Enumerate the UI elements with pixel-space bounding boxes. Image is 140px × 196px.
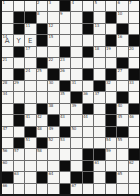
grid-cell-r11c1[interactable] [2,115,13,125]
black-cell-r10c4 [37,104,48,114]
grid-cell-r13c7[interactable] [71,138,82,148]
clue-number: 39 [72,104,77,108]
clue-number: 22 [49,58,54,62]
black-cell-r7c12 [129,69,140,79]
grid-cell-r7c6[interactable]: 26 [60,69,71,79]
grid-cell-r4c11[interactable]: 16 [117,35,128,45]
grid-cell-r3c10[interactable] [106,24,117,34]
grid-cell-r8c11[interactable] [117,81,128,91]
clue-number: 54 [106,138,111,142]
clue-number: 13 [95,24,100,28]
clue-number: 37 [95,92,100,96]
clue-number: 15 [49,35,54,39]
grid-cell-r16c5[interactable]: 64 [48,172,59,182]
grid-cell-r1c8[interactable] [83,1,94,11]
grid-cell-r3c7[interactable] [71,24,82,34]
grid-cell-r17c2[interactable] [14,184,25,194]
grid-cell-r1c10[interactable] [106,1,117,11]
clue-number: 51 [26,138,31,142]
black-cell-r10c10 [106,104,117,114]
grid-cell-r8c4[interactable] [37,81,48,91]
clue-number: 35 [60,92,65,96]
black-cell-r16c10 [106,172,117,182]
black-cell-r4c12 [129,35,140,45]
grid-cell-r12c9[interactable] [94,127,105,137]
clue-number: 10 [118,12,123,16]
grid-cell-r14c1[interactable]: 56 [2,149,13,159]
black-cell-r3c8 [83,24,94,34]
clue-number: 31 [72,81,77,85]
grid-cell-r9c2[interactable] [14,92,25,102]
black-cell-r16c1 [2,172,13,182]
grid-cell-r2c6[interactable]: 9 [60,12,71,22]
grid-cell-r4c9[interactable] [94,35,105,45]
black-cell-r6c11 [117,58,128,68]
grid-cell-r17c3[interactable] [25,184,36,194]
grid-cell-r15c12[interactable]: 62 [129,161,140,171]
grid-cell-r4c1[interactable]: 14A [2,35,13,45]
grid-cell-r16c12[interactable] [129,172,140,182]
black-cell-r13c4 [37,138,48,148]
black-cell-r8c9 [94,81,105,91]
grid-cell-r2c12[interactable] [129,12,140,22]
clue-number: 21 [3,58,8,62]
grid-cell-r5c9[interactable]: 18 [94,47,105,57]
grid-cell-r8c2[interactable]: 29 [14,81,25,91]
grid-cell-r1c2[interactable] [14,1,25,11]
clue-number: 49 [49,127,54,131]
grid-cell-r9c9[interactable]: 37 [94,92,105,102]
grid-cell-r17c7[interactable]: 67 [71,184,82,194]
grid-cell-r7c11[interactable]: 27 [117,69,128,79]
black-cell-r7c5 [48,69,59,79]
grid-cell-r2c1[interactable] [2,12,13,22]
grid-cell-r13c11[interactable]: 55 [117,138,128,148]
black-cell-r2c3 [25,12,36,22]
clue-number: 27 [118,69,123,73]
grid-cell-r16c9[interactable] [94,172,105,182]
grid-cell-r17c4[interactable] [37,184,48,194]
grid-cell-r10c5[interactable]: 38 [48,104,59,114]
grid-cell-r15c4[interactable] [37,161,48,171]
clue-number: 32 [106,81,111,85]
black-cell-r3c4 [37,24,48,34]
grid-cell-r1c5[interactable]: 3 [48,1,59,11]
black-cell-r12c11 [117,127,128,137]
clue-number: 59 [106,149,111,153]
clue-number: 60 [3,161,8,165]
grid-cell-r8c5[interactable]: 30 [48,81,59,91]
crossword-board: 1234567891011121314AYE151617181920212223… [0,0,140,196]
black-cell-r13c2 [14,138,25,148]
grid-cell-r12c8[interactable] [83,127,94,137]
black-cell-r10c8 [83,104,94,114]
grid-cell-r9c1[interactable]: 34 [2,92,13,102]
black-cell-r8c6 [60,81,71,91]
grid-cell-r9c4[interactable] [37,92,48,102]
black-cell-r7c8 [83,69,94,79]
grid-cell-r8c8[interactable] [83,81,94,91]
black-cell-r4c10 [106,35,117,45]
clue-number: 63 [14,172,19,176]
grid-cell-r15c2[interactable] [14,161,25,171]
black-cell-r12c6 [60,127,71,137]
black-cell-r11c5 [48,115,59,125]
grid-cell-r10c3[interactable] [25,104,36,114]
grid-cell-r8c1[interactable]: 28 [2,81,13,91]
clue-number: 64 [49,172,54,176]
grid-cell-r15c1[interactable]: 60 [2,161,13,171]
grid-cell-r3c6[interactable] [60,24,71,34]
clue-number: 66 [3,184,8,188]
grid-cell-r9c12[interactable] [129,92,140,102]
black-cell-r16c7 [71,172,82,182]
clue-number: 42 [37,115,42,119]
clue-number: 67 [72,184,77,188]
grid-cell-r14c10[interactable]: 59 [106,149,117,159]
grid-cell-r1c12[interactable]: 7 [129,1,140,11]
grid-cell-r4c2[interactable]: Y [14,35,25,45]
clue-number: 17 [26,47,31,51]
grid-cell-r17c9[interactable] [94,184,105,194]
clue-number: 47 [3,127,8,131]
black-cell-r7c10 [106,69,117,79]
grid-cell-r12c12[interactable] [129,127,140,137]
grid-cell-r3c9[interactable]: 13 [94,24,105,34]
clue-number: 20 [129,47,134,51]
clue-number: 19 [106,47,111,51]
black-cell-r2c8 [83,12,94,22]
grid-cell-r16c6[interactable] [60,172,71,182]
black-cell-r10c12 [129,104,140,114]
clue-number: 6 [118,1,120,5]
grid-cell-r11c11[interactable]: 45 [117,115,128,125]
clue-number: 34 [3,92,8,96]
black-cell-r14c9 [94,149,105,159]
grid-cell-r9c10[interactable] [106,92,117,102]
clue-number: 18 [95,47,100,51]
clue-number: 24 [26,69,31,73]
grid-cell-r14c7[interactable] [71,149,82,159]
grid-cell-r15c7[interactable] [71,161,82,171]
grid-cell-r5c3[interactable]: 17 [25,47,36,57]
clue-number: 40 [118,104,123,108]
grid-cell-r11c9[interactable] [94,115,105,125]
grid-cell-r12c4[interactable]: 48 [37,127,48,137]
clue-number: 43 [60,115,65,119]
grid-cell-r15c11[interactable] [117,161,128,171]
grid-cell-r10c9[interactable] [94,104,105,114]
grid-cell-r1c7[interactable]: 4 [71,1,82,11]
clue-number: 33 [129,81,134,85]
black-cell-r16c8 [83,172,94,182]
clue-number: 48 [37,127,42,131]
clue-number: 29 [14,81,19,85]
grid-cell-r13c10[interactable]: 54 [106,138,117,148]
grid-cell-r7c9[interactable] [94,69,105,79]
grid-cell-r2c4[interactable]: 8 [37,12,48,22]
grid-cell-r5c4[interactable] [37,47,48,57]
black-cell-r7c2 [14,69,25,79]
grid-cell-r8c12[interactable]: 33 [129,81,140,91]
grid-cell-r13c5[interactable]: 52 [48,138,59,148]
clue-number: 38 [49,104,54,108]
clue-number: 2 [37,1,39,5]
grid-cell-r16c3[interactable] [25,172,36,182]
clue-number: 4 [72,1,74,5]
grid-cell-r10c11[interactable]: 40 [117,104,128,114]
grid-cell-r3c1[interactable] [2,24,13,34]
grid-cell-r4c6[interactable] [60,35,71,45]
clue-number: 58 [37,149,42,153]
clue-number: 46 [129,115,134,119]
clue-number: 12 [49,24,54,28]
clue-number: 57 [14,149,19,153]
grid-cell-r1c11[interactable]: 6 [117,1,128,11]
black-cell-r5c6 [60,47,71,57]
pencil-letter: A [2,35,13,45]
clue-number: 11 [26,24,31,28]
grid-cell-r1c3[interactable] [25,1,36,11]
clue-number: 45 [118,115,123,119]
grid-cell-r9c5[interactable] [48,92,59,102]
clue-number: 7 [129,1,131,5]
grid-cell-r14c6[interactable] [60,149,71,159]
grid-cell-r1c1[interactable]: 1 [2,1,13,11]
grid-cell-r7c4[interactable]: 25 [37,69,48,79]
clue-number: 36 [83,92,88,96]
black-cell-r2c2 [14,12,25,22]
black-cell-r4c4 [37,35,48,45]
black-cell-r9c7 [71,92,82,102]
clue-number: 5 [95,1,97,5]
grid-cell-r6c12[interactable] [129,58,140,68]
grid-cell-r15c10[interactable] [106,161,117,171]
grid-cell-r6c9[interactable] [94,58,105,68]
black-cell-r15c8 [83,161,94,171]
grid-cell-r2c9[interactable] [94,12,105,22]
grid-cell-r5c7[interactable] [71,47,82,57]
grid-cell-r12c7[interactable]: 50 [71,127,82,137]
grid-cell-r2c11[interactable]: 10 [117,12,128,22]
clue-number: 53 [60,138,65,142]
grid-cell-r13c3[interactable]: 51 [25,138,36,148]
grid-cell-r15c3[interactable] [25,161,36,171]
grid-cell-r5c10[interactable]: 19 [106,47,117,57]
grid-cell-r12c1[interactable]: 47 [2,127,13,137]
grid-cell-r6c2[interactable] [14,58,25,68]
clue-number: 62 [129,161,134,165]
grid-cell-r4c5[interactable]: 15 [48,35,59,45]
grid-cell-r8c3[interactable] [25,81,36,91]
grid-cell-r7c1[interactable] [2,69,13,79]
grid-cell-r13c6[interactable]: 53 [60,138,71,148]
grid-cell-r11c12[interactable]: 46 [129,115,140,125]
grid-cell-r6c7[interactable] [71,58,82,68]
clue-number: 55 [118,138,123,142]
grid-cell-r17c12[interactable] [129,184,140,194]
grid-cell-r13c8[interactable] [83,138,94,148]
grid-cell-r4c8[interactable] [83,35,94,45]
grid-cell-r11c8[interactable]: 44 [83,115,94,125]
clue-number: 65 [118,172,123,176]
grid-cell-r14c4[interactable]: 58 [37,149,48,159]
black-cell-r11c2 [14,115,25,125]
grid-cell-r13c12[interactable] [129,138,140,148]
grid-cell-r10c6[interactable] [60,104,71,114]
grid-cell-r17c1[interactable]: 66 [2,184,13,194]
clue-number: 44 [83,115,88,119]
grid-cell-r13c1[interactable] [2,138,13,148]
black-cell-r5c2 [14,47,25,57]
grid-cell-r8c10[interactable]: 32 [106,81,117,91]
clue-number: 61 [95,161,100,165]
grid-cell-r1c9[interactable]: 5 [94,1,105,11]
clue-number: 52 [49,138,54,142]
grid-cell-r9c8[interactable]: 36 [83,92,94,102]
clue-number: 28 [3,81,8,85]
black-cell-r6c4 [37,58,48,68]
pencil-letter: E [25,35,36,45]
grid-cell-r3c3[interactable]: 11 [25,24,36,34]
grid-cell-r6c8[interactable] [83,58,94,68]
grid-cell-r2c5[interactable] [48,12,59,22]
grid-cell-r9c6[interactable]: 35 [60,92,71,102]
grid-cell-r15c5[interactable] [48,161,59,171]
clue-number: 25 [37,69,42,73]
black-cell-r14c8 [83,149,94,159]
grid-cell-r12c2[interactable] [14,127,25,137]
grid-cell-r2c7[interactable] [71,12,82,22]
clue-number: 41 [26,115,31,119]
clue-number: 26 [60,69,65,73]
clue-number: 3 [49,1,51,5]
grid-cell-r17c10[interactable] [106,184,117,194]
grid-cell-r5c11[interactable] [117,47,128,57]
clue-number: 1 [3,1,5,5]
grid-cell-r16c11[interactable]: 65 [117,172,128,182]
grid-cell-r5c5[interactable] [48,47,59,57]
grid-cell-r11c3[interactable]: 41 [25,115,36,125]
grid-cell-r11c6[interactable]: 43 [60,115,71,125]
grid-cell-r4c7[interactable] [71,35,82,45]
black-cell-r3c11 [117,24,128,34]
black-cell-r2c10 [106,12,117,22]
black-cell-r10c2 [14,104,25,114]
grid-cell-r14c2[interactable]: 57 [14,149,25,159]
grid-cell-r9c3[interactable] [25,92,36,102]
grid-cell-r17c8[interactable] [83,184,94,194]
grid-cell-r6c5[interactable]: 22 [48,58,59,68]
grid-cell-r5c1[interactable] [2,47,13,57]
black-cell-r9c11 [117,92,128,102]
grid-cell-r3c12[interactable] [129,24,140,34]
grid-cell-r14c5[interactable] [48,149,59,159]
grid-cell-r7c3[interactable]: 24 [25,69,36,79]
grid-cell-r1c4[interactable]: 2 [37,1,48,11]
grid-cell-r14c11[interactable] [117,149,128,159]
black-cell-r17c6 [60,184,71,194]
black-cell-r1c6 [60,1,71,11]
grid-cell-r16c2[interactable]: 63 [14,172,25,182]
clue-number: 56 [3,149,8,153]
grid-cell-r4c3[interactable]: E [25,35,36,45]
grid-cell-r6c1[interactable]: 21 [2,58,13,68]
pencil-letter: Y [14,35,25,45]
black-cell-r15c6 [60,161,71,171]
grid-cell-r17c5[interactable] [48,184,59,194]
clue-number: 8 [37,12,39,16]
clue-number: 9 [60,12,62,16]
grid-cell-r17c11[interactable] [117,184,128,194]
clue-number: 16 [118,35,123,39]
grid-cell-r6c10[interactable] [106,58,117,68]
black-cell-r5c8 [83,47,94,57]
grid-cell-r8c7[interactable]: 31 [71,81,82,91]
black-cell-r14c12 [129,149,140,159]
black-cell-r3c2 [14,24,25,34]
grid-cell-r12c5[interactable]: 49 [48,127,59,137]
grid-cell-r13c9[interactable] [94,138,105,148]
grid-cell-r15c9[interactable]: 61 [94,161,105,171]
black-cell-r16c4 [37,172,48,182]
grid-cell-r10c1[interactable] [2,104,13,114]
black-cell-r12c10 [106,127,117,137]
grid-cell-r11c7[interactable] [71,115,82,125]
grid-cell-r10c7[interactable]: 39 [71,104,82,114]
grid-cell-r6c3[interactable] [25,58,36,68]
grid-cell-r14c3[interactable] [25,149,36,159]
grid-cell-r3c5[interactable]: 12 [48,24,59,34]
clue-number: 23 [60,58,65,62]
grid-cell-r5c12[interactable]: 20 [129,47,140,57]
clue-number: 30 [49,81,54,85]
grid-cell-r11c4[interactable]: 42 [37,115,48,125]
clue-number: 50 [72,127,77,131]
grid-cell-r6c6[interactable]: 23 [60,58,71,68]
grid-cell-r7c7[interactable] [71,69,82,79]
black-cell-r12c3 [25,127,36,137]
black-cell-r11c10 [106,115,117,125]
